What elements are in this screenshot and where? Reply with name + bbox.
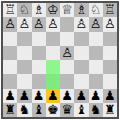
square-c3[interactable] bbox=[74, 32, 88, 46]
piece-bK: ♚ bbox=[47, 103, 59, 117]
square-a1[interactable]: ♖ bbox=[103, 3, 117, 17]
square-a4[interactable] bbox=[103, 46, 117, 60]
piece-wP: ♙ bbox=[19, 17, 31, 31]
piece-bP: ♟ bbox=[47, 89, 59, 103]
piece-wK: ♔ bbox=[47, 3, 59, 17]
square-b5[interactable] bbox=[89, 60, 103, 74]
square-f4[interactable] bbox=[32, 46, 46, 60]
square-b2[interactable]: ♙ bbox=[89, 17, 103, 31]
square-a2[interactable]: ♙ bbox=[103, 17, 117, 31]
square-f6[interactable] bbox=[32, 74, 46, 88]
piece-wN: ♘ bbox=[90, 3, 102, 17]
piece-bR: ♜ bbox=[104, 103, 116, 117]
piece-bP: ♟ bbox=[90, 89, 102, 103]
piece-wP: ♙ bbox=[61, 46, 73, 60]
piece-bP: ♟ bbox=[104, 89, 116, 103]
square-h6[interactable] bbox=[3, 74, 17, 88]
piece-wP: ♙ bbox=[90, 17, 102, 31]
square-g2[interactable]: ♙ bbox=[17, 17, 31, 31]
square-f3[interactable] bbox=[32, 32, 46, 46]
square-g3[interactable] bbox=[17, 32, 31, 46]
square-c7[interactable]: ♟ bbox=[74, 89, 88, 103]
piece-bP: ♟ bbox=[19, 89, 31, 103]
square-e8[interactable]: ♚ bbox=[46, 103, 60, 117]
square-g4[interactable] bbox=[17, 46, 31, 60]
square-h1[interactable]: ♖ bbox=[3, 3, 17, 17]
square-d3[interactable] bbox=[60, 32, 74, 46]
square-f7[interactable]: ♟ bbox=[32, 89, 46, 103]
square-a8[interactable]: ♜ bbox=[103, 103, 117, 117]
piece-wP: ♙ bbox=[33, 17, 45, 31]
square-f8[interactable]: ♝ bbox=[32, 103, 46, 117]
square-c4[interactable] bbox=[74, 46, 88, 60]
square-b1[interactable]: ♘ bbox=[89, 3, 103, 17]
piece-bB: ♝ bbox=[33, 103, 45, 117]
piece-wP: ♙ bbox=[47, 17, 59, 31]
piece-wP: ♙ bbox=[104, 17, 116, 31]
piece-bQ: ♛ bbox=[61, 103, 73, 117]
square-g1[interactable]: ♘ bbox=[17, 3, 31, 17]
square-b7[interactable]: ♟ bbox=[89, 89, 103, 103]
square-f1[interactable]: ♗ bbox=[32, 3, 46, 17]
piece-bR: ♜ bbox=[4, 103, 16, 117]
square-d7[interactable]: ♟ bbox=[60, 89, 74, 103]
chess-board: ♖♘♗♔♕♗♘♖♙♙♙♙♙♙♙♙♟♟♟♟♟♟♟♟♜♞♝♚♛♝♞♜ bbox=[3, 3, 117, 117]
square-h8[interactable]: ♜ bbox=[3, 103, 17, 117]
piece-bP: ♟ bbox=[76, 89, 88, 103]
piece-bN: ♞ bbox=[19, 103, 31, 117]
square-g8[interactable]: ♞ bbox=[17, 103, 31, 117]
square-d4[interactable]: ♙ bbox=[60, 46, 74, 60]
square-d5[interactable] bbox=[60, 60, 74, 74]
square-e7[interactable]: ♟ bbox=[46, 89, 60, 103]
square-h4[interactable] bbox=[3, 46, 17, 60]
piece-wQ: ♕ bbox=[61, 3, 73, 17]
square-c1[interactable]: ♗ bbox=[74, 3, 88, 17]
piece-wB: ♗ bbox=[76, 3, 88, 17]
square-c6[interactable] bbox=[74, 74, 88, 88]
square-a7[interactable]: ♟ bbox=[103, 89, 117, 103]
square-h5[interactable] bbox=[3, 60, 17, 74]
square-e2[interactable]: ♙ bbox=[46, 17, 60, 31]
piece-bB: ♝ bbox=[76, 103, 88, 117]
square-e5[interactable] bbox=[46, 60, 60, 74]
piece-wP: ♙ bbox=[4, 17, 16, 31]
square-d8[interactable]: ♛ bbox=[60, 103, 74, 117]
piece-wP: ♙ bbox=[76, 17, 88, 31]
square-b6[interactable] bbox=[89, 74, 103, 88]
square-a3[interactable] bbox=[103, 32, 117, 46]
square-e4[interactable] bbox=[46, 46, 60, 60]
square-a5[interactable] bbox=[103, 60, 117, 74]
piece-bP: ♟ bbox=[61, 89, 73, 103]
chess-board-frame: ♖♘♗♔♕♗♘♖♙♙♙♙♙♙♙♙♟♟♟♟♟♟♟♟♜♞♝♚♛♝♞♜ bbox=[1, 1, 119, 119]
piece-bN: ♞ bbox=[90, 103, 102, 117]
square-e3[interactable] bbox=[46, 32, 60, 46]
piece-bP: ♟ bbox=[4, 89, 16, 103]
piece-wN: ♘ bbox=[19, 3, 31, 17]
piece-bP: ♟ bbox=[33, 89, 45, 103]
piece-wR: ♖ bbox=[104, 3, 116, 17]
square-e1[interactable]: ♔ bbox=[46, 3, 60, 17]
square-g7[interactable]: ♟ bbox=[17, 89, 31, 103]
square-c5[interactable] bbox=[74, 60, 88, 74]
square-f5[interactable] bbox=[32, 60, 46, 74]
square-d6[interactable] bbox=[60, 74, 74, 88]
square-c8[interactable]: ♝ bbox=[74, 103, 88, 117]
square-d1[interactable]: ♕ bbox=[60, 3, 74, 17]
piece-wB: ♗ bbox=[33, 3, 45, 17]
square-d2[interactable] bbox=[60, 17, 74, 31]
square-c2[interactable]: ♙ bbox=[74, 17, 88, 31]
piece-wR: ♖ bbox=[4, 3, 16, 17]
square-b4[interactable] bbox=[89, 46, 103, 60]
square-e6[interactable] bbox=[46, 74, 60, 88]
square-b3[interactable] bbox=[89, 32, 103, 46]
square-g6[interactable] bbox=[17, 74, 31, 88]
square-b8[interactable]: ♞ bbox=[89, 103, 103, 117]
square-h7[interactable]: ♟ bbox=[3, 89, 17, 103]
square-a6[interactable] bbox=[103, 74, 117, 88]
square-f2[interactable]: ♙ bbox=[32, 17, 46, 31]
square-h3[interactable] bbox=[3, 32, 17, 46]
square-h2[interactable]: ♙ bbox=[3, 17, 17, 31]
square-g5[interactable] bbox=[17, 60, 31, 74]
